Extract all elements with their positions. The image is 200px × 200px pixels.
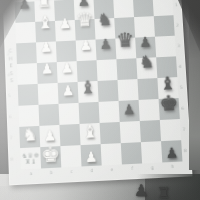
black-knight-b5[interactable]: ♞ [96, 11, 112, 28]
rank-label-right-6: 6 [181, 98, 185, 119]
square-f2[interactable] [39, 104, 60, 126]
white-knight-g1[interactable]: ♞ [22, 126, 38, 144]
white-king-h2[interactable]: ♚ [41, 144, 61, 166]
rank-label-left-7: 7 [9, 127, 13, 148]
square-f8[interactable]: ♚ [159, 98, 180, 120]
rank-label-right-2: 2 [175, 15, 179, 36]
white-pawn-h4[interactable]: ♟ [84, 149, 97, 164]
file-label-b: b [41, 169, 61, 175]
white-pawn-d3[interactable]: ♟ [60, 60, 73, 74]
black-king-f8[interactable]: ♚ [159, 93, 179, 115]
square-b3[interactable]: ♟ [55, 20, 76, 41]
square-a6[interactable] [113, 0, 134, 18]
captured-black-rook-2: ♜ [157, 186, 170, 200]
rank-label-right-3: 3 [177, 35, 181, 56]
square-h6[interactable] [121, 142, 142, 164]
square-d2[interactable]: ♟ [37, 62, 58, 84]
chess-board-photo: CHESS ♟♜♟♝♟♛♞♟♟♟♛♟♟♟♞♟♝♝♟♚♞♟♝♞♛♚♜♝♚♟♟ ab… [0, 0, 200, 200]
square-g4[interactable]: ♝ [80, 123, 101, 145]
black-queen-c6[interactable]: ♛ [116, 30, 135, 50]
square-e6[interactable] [117, 79, 138, 101]
square-h7[interactable] [141, 141, 162, 163]
square-d6[interactable] [116, 58, 137, 80]
square-d5[interactable] [97, 59, 118, 81]
black-knight-d7[interactable]: ♞ [138, 53, 154, 71]
square-h8[interactable]: ♟ [161, 140, 182, 162]
white-rook-a2[interactable]: ♜ [37, 0, 52, 10]
file-label-d: d [82, 167, 102, 173]
white-bishop-g4[interactable]: ♝ [81, 122, 98, 141]
white-queen-b4[interactable]: ♛ [75, 9, 94, 29]
square-f7[interactable] [139, 99, 160, 121]
square-h4[interactable]: ♟ [81, 144, 102, 166]
square-f6[interactable]: ♟ [119, 100, 140, 122]
square-h2[interactable]: ♚ [40, 146, 61, 168]
square-c8[interactable] [155, 36, 176, 58]
square-g8[interactable] [160, 119, 181, 141]
rank-label-right-1: 1 [174, 0, 178, 15]
black-pawn-h8[interactable]: ♟ [165, 145, 179, 160]
file-label-h: h [162, 164, 183, 170]
captured-black-pawn-1: ♟ [134, 183, 148, 199]
photo-vignette-bottom-left [0, 186, 30, 200]
black-pawn-c7[interactable]: ♟ [139, 35, 152, 49]
black-bishop-e8[interactable]: ♝ [159, 74, 176, 93]
square-c4[interactable]: ♟ [76, 40, 97, 62]
square-g7[interactable] [140, 120, 161, 142]
white-pawn-c2[interactable]: ♟ [40, 40, 53, 54]
square-g3[interactable] [59, 124, 80, 146]
board-logo-emblem: ♞♛♚♜♝ [22, 152, 40, 165]
square-e5[interactable] [98, 80, 119, 102]
square-d7[interactable]: ♞ [136, 57, 157, 79]
square-d3[interactable]: ♟ [57, 61, 78, 83]
square-e1[interactable] [18, 84, 39, 106]
square-f5[interactable] [99, 101, 120, 123]
square-f3[interactable] [59, 103, 80, 125]
white-pawn-e3[interactable]: ♟ [61, 83, 74, 98]
square-e3[interactable]: ♟ [58, 82, 79, 104]
rank-label-left-5: 5 [8, 85, 12, 106]
square-a7[interactable] [133, 0, 154, 17]
white-pawn-b3[interactable]: ♟ [58, 16, 71, 30]
square-g6[interactable] [120, 121, 141, 143]
file-label-e: e [102, 166, 122, 172]
file-label-f: f [122, 165, 142, 171]
file-label-a: a [21, 170, 41, 176]
square-g5[interactable] [100, 122, 121, 144]
file-label-g: g [142, 165, 162, 171]
square-h5[interactable] [101, 143, 122, 165]
rank-label-right-5: 5 [179, 77, 183, 98]
square-e4[interactable]: ♝ [78, 81, 99, 103]
square-d1[interactable] [17, 63, 38, 85]
square-h3[interactable] [60, 145, 81, 167]
square-g1[interactable]: ♞ [19, 126, 40, 148]
black-pawn-c5[interactable]: ♟ [99, 37, 112, 51]
white-pawn-d2[interactable]: ♟ [40, 61, 53, 75]
vinyl-chess-mat: CHESS ♟♜♟♝♟♛♞♟♟♟♛♟♟♟♞♟♝♝♟♚♞♟♝♞♛♚♜♝♚♟♟ ab… [3, 0, 193, 185]
black-bishop-e4[interactable]: ♝ [79, 78, 96, 97]
rank-label-right-8: 8 [183, 140, 187, 161]
white-pawn-g2[interactable]: ♟ [43, 128, 56, 143]
rank-label-left-6: 6 [8, 106, 12, 127]
square-c5[interactable]: ♟ [96, 39, 117, 61]
rank-label-right-4: 4 [178, 56, 182, 77]
chess-board-grid: ♟♜♟♝♟♛♞♟♟♟♛♟♟♟♞♟♝♝♟♚♞♟♝♞♛♚♜♝♚♟♟ [15, 0, 183, 169]
square-e2[interactable] [38, 83, 59, 105]
square-h1[interactable]: ♞♛♚♜♝ [20, 147, 41, 169]
square-a8[interactable] [153, 0, 174, 16]
white-bishop-b2[interactable]: ♝ [37, 13, 54, 31]
black-pawn-f6[interactable]: ♟ [122, 102, 135, 117]
square-c1[interactable] [16, 42, 37, 64]
square-b1[interactable] [15, 22, 36, 44]
rank-label-left-8: 8 [10, 148, 14, 169]
white-pawn-c4[interactable]: ♟ [79, 38, 92, 52]
square-e7[interactable] [137, 78, 158, 100]
square-b8[interactable] [154, 15, 175, 36]
square-c6[interactable]: ♛ [115, 38, 136, 60]
rank-label-right-7: 7 [182, 119, 186, 140]
file-label-c: c [61, 168, 81, 174]
